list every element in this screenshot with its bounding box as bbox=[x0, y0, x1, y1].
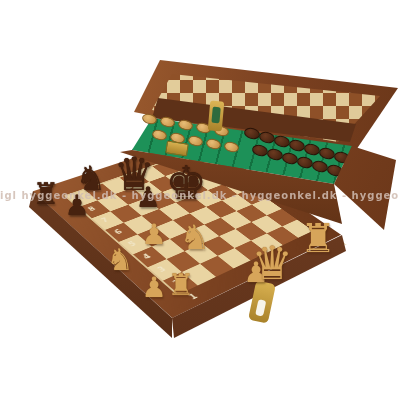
chess-piece-light-knight: ♞ bbox=[180, 220, 210, 254]
chess-piece-light-queen: ♛ bbox=[251, 240, 292, 286]
watermark-text: igl hyggeonkel.dk - hyggeonkel.dk - hygg… bbox=[0, 190, 400, 204]
box-brass-latch-hook-icon bbox=[208, 100, 225, 131]
chess-piece-light-pawn: ♟ bbox=[141, 221, 166, 249]
chess-piece-light-rook: ♜ bbox=[300, 218, 336, 258]
chess-piece-light-knight: ♞ bbox=[107, 245, 134, 275]
chess-piece-light-pawn: ♟ bbox=[141, 274, 166, 302]
product-photo-stage: 87654321 ABCDEFGH ♜♞♟♛♟♚♟♞♞♟♜♟♛♜ igl hyg… bbox=[0, 0, 400, 400]
box-base bbox=[112, 88, 400, 238]
chess-piece-light-rook: ♜ bbox=[168, 270, 195, 300]
